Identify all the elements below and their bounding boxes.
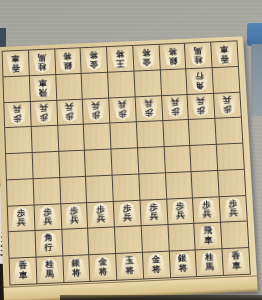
square-9i[interactable]: 香車 <box>10 258 37 285</box>
piece-kanji: 金 <box>142 57 151 66</box>
square-8i[interactable]: 桂馬 <box>36 257 63 284</box>
piece-kanji: 将 <box>72 268 81 278</box>
piece-kanji: 兵 <box>17 218 26 228</box>
piece-gote-gold[interactable]: 金将 <box>83 48 104 71</box>
square-7a[interactable]: 銀将 <box>55 48 81 74</box>
square-7g[interactable]: 歩兵 <box>61 203 88 229</box>
piece-kanji: 兵 <box>176 211 185 221</box>
piece-kanji: 兵 <box>96 214 105 224</box>
square-7e[interactable] <box>59 151 85 177</box>
piece-kanji: 将 <box>152 265 161 275</box>
piece-sente-pawn[interactable]: 歩兵 <box>143 200 165 223</box>
square-8b[interactable]: 飛車 <box>30 75 56 101</box>
piece-sente-bishop[interactable]: 角行 <box>38 231 60 255</box>
piece-kanji: 兵 <box>70 215 79 225</box>
square-1e[interactable] <box>217 144 244 170</box>
piece-kanji: 歩 <box>92 110 101 119</box>
piece-sente-pawn[interactable]: 歩兵 <box>90 203 112 226</box>
square-4b[interactable] <box>134 70 160 96</box>
piece-kanji: 兵 <box>223 95 232 104</box>
piece-kanji: 将 <box>63 51 72 60</box>
piece-kanji: 兵 <box>144 99 153 108</box>
piece-kanji: 兵 <box>149 212 158 222</box>
square-9g[interactable]: 歩兵 <box>8 205 34 231</box>
piece-sente-pawn[interactable]: 歩兵 <box>10 206 32 229</box>
piece-kanji: 将 <box>89 50 98 59</box>
piece-gote-knight[interactable]: 桂馬 <box>31 50 52 73</box>
piece-kanji: 兵 <box>197 97 206 106</box>
piece-gote-lance[interactable]: 香車 <box>214 42 236 65</box>
square-9a[interactable]: 香車 <box>3 51 29 77</box>
piece-gote-pawn[interactable]: 歩兵 <box>85 99 107 122</box>
piece-gote-pawn[interactable]: 歩兵 <box>112 98 134 121</box>
piece-gote-pawn[interactable]: 歩兵 <box>190 94 212 117</box>
piece-kanji: 馬 <box>45 269 54 279</box>
square-8e[interactable] <box>32 152 58 178</box>
board-grid: 香車桂馬銀将金将王将金将銀将桂馬香車飛車角行歩兵歩兵歩兵歩兵歩兵歩兵歩兵歩兵歩兵… <box>2 40 251 285</box>
piece-kanji: 兵 <box>170 98 179 107</box>
square-9h[interactable] <box>9 231 36 258</box>
square-3i[interactable]: 銀将 <box>169 251 196 278</box>
square-4a[interactable]: 金将 <box>133 45 159 71</box>
piece-kanji: 歩 <box>223 105 232 114</box>
square-3c[interactable]: 歩兵 <box>162 95 189 121</box>
square-5h[interactable] <box>115 227 142 254</box>
square-3g[interactable]: 歩兵 <box>167 198 194 224</box>
piece-sente-pawn[interactable]: 歩兵 <box>116 201 138 224</box>
square-5b[interactable] <box>108 71 134 97</box>
shogi-board: 香車桂馬銀将金将王将金将銀将桂馬香車飛車角行歩兵歩兵歩兵歩兵歩兵歩兵歩兵歩兵歩兵… <box>0 36 258 300</box>
square-7f[interactable] <box>60 177 87 203</box>
piece-kanji: 将 <box>116 49 125 58</box>
piece-kanji: 兵 <box>229 208 238 218</box>
piece-kanji: 行 <box>195 71 204 80</box>
square-4i[interactable]: 金将 <box>143 252 170 279</box>
square-5d[interactable] <box>110 123 136 149</box>
piece-gote-king[interactable]: 王将 <box>109 47 130 70</box>
piece-sente-lance[interactable]: 香車 <box>12 259 34 283</box>
square-9d[interactable] <box>5 127 31 153</box>
piece-kanji: 兵 <box>203 209 212 219</box>
square-4d[interactable] <box>137 121 164 147</box>
piece-sente-rook[interactable]: 飛車 <box>197 224 219 248</box>
photo-scene: 香車桂馬銀将金将王将金将銀将桂馬香車飛車角行歩兵歩兵歩兵歩兵歩兵歩兵歩兵歩兵歩兵… <box>0 0 262 300</box>
piece-kanji: 歩 <box>118 109 127 118</box>
square-3a[interactable]: 銀将 <box>159 44 185 70</box>
piece-gote-gold[interactable]: 金将 <box>135 46 157 69</box>
square-2b[interactable]: 角行 <box>187 68 214 94</box>
piece-kanji: 兵 <box>65 102 74 111</box>
square-1a[interactable]: 香車 <box>211 41 238 67</box>
piece-kanji: 歩 <box>13 114 22 123</box>
square-1d[interactable] <box>216 118 243 144</box>
piece-kanji: 王 <box>116 58 125 67</box>
square-7c[interactable]: 歩兵 <box>57 99 83 125</box>
piece-gote-lance[interactable]: 香車 <box>5 52 26 75</box>
square-2i[interactable]: 桂馬 <box>196 249 223 276</box>
square-3f[interactable] <box>166 172 193 198</box>
blue-object-background <box>247 23 262 46</box>
piece-sente-knight[interactable]: 桂馬 <box>39 258 61 282</box>
piece-kanji: 兵 <box>13 105 22 114</box>
square-8f[interactable] <box>33 178 59 204</box>
piece-sente-pawn[interactable]: 歩兵 <box>196 198 218 221</box>
piece-sente-pawn[interactable]: 歩兵 <box>169 199 191 222</box>
square-4f[interactable] <box>139 173 166 199</box>
square-2h[interactable]: 飛車 <box>195 223 222 250</box>
piece-gote-silver[interactable]: 銀将 <box>57 49 78 72</box>
piece-kanji: 角 <box>196 80 205 89</box>
square-8a[interactable]: 桂馬 <box>29 49 55 75</box>
piece-kanji: 歩 <box>197 106 206 115</box>
piece-kanji: 車 <box>38 78 47 87</box>
piece-sente-lance[interactable]: 香車 <box>225 249 247 273</box>
piece-kanji: 銀 <box>64 60 73 69</box>
square-1i[interactable]: 香車 <box>223 248 250 275</box>
piece-gote-pawn[interactable]: 歩兵 <box>33 101 54 124</box>
piece-kanji: 銀 <box>168 56 177 65</box>
piece-kanji: 車 <box>11 54 20 63</box>
piece-sente-knight[interactable]: 桂馬 <box>199 250 221 274</box>
square-6g[interactable]: 歩兵 <box>87 202 114 228</box>
square-7h[interactable] <box>62 229 89 256</box>
piece-kanji: 将 <box>99 267 108 277</box>
piece-kanji: 歩 <box>66 112 75 121</box>
piece-kanji: 歩 <box>145 108 154 117</box>
square-6d[interactable] <box>84 124 110 150</box>
piece-kanji: 飛 <box>38 87 47 96</box>
square-8h[interactable]: 角行 <box>35 230 62 257</box>
piece-sente-silver[interactable]: 銀将 <box>172 252 194 276</box>
square-9b[interactable] <box>3 76 29 102</box>
piece-kanji: 馬 <box>194 46 203 55</box>
piece-kanji: 車 <box>232 261 241 271</box>
piece-sente-king[interactable]: 玉将 <box>119 254 141 278</box>
piece-sente-gold[interactable]: 金将 <box>145 253 167 277</box>
piece-gote-knight[interactable]: 桂馬 <box>188 43 210 66</box>
square-3b[interactable] <box>160 69 186 95</box>
piece-sente-pawn[interactable]: 歩兵 <box>37 205 59 228</box>
square-1h[interactable] <box>221 222 248 249</box>
piece-gote-rook[interactable]: 飛車 <box>32 76 53 99</box>
piece-gote-pawn[interactable]: 歩兵 <box>138 97 160 120</box>
square-4c[interactable]: 歩兵 <box>135 96 161 122</box>
gray-blue-strip-background <box>251 44 262 116</box>
piece-gote-pawn[interactable]: 歩兵 <box>59 100 80 123</box>
piece-gote-pawn[interactable]: 歩兵 <box>7 103 28 126</box>
piece-kanji: 兵 <box>123 213 132 223</box>
square-6c[interactable]: 歩兵 <box>83 98 109 124</box>
piece-kanji: 馬 <box>205 262 214 272</box>
square-5i[interactable]: 玉将 <box>116 253 143 280</box>
piece-kanji: 車 <box>19 271 28 281</box>
square-2d[interactable] <box>189 119 216 145</box>
square-9c[interactable]: 歩兵 <box>4 102 30 128</box>
piece-kanji: 将 <box>125 266 134 276</box>
square-3d[interactable] <box>163 120 190 146</box>
piece-kanji: 将 <box>179 263 188 273</box>
square-6i[interactable]: 金将 <box>90 254 117 281</box>
piece-gote-pawn[interactable]: 歩兵 <box>164 96 186 119</box>
piece-gote-bishop[interactable]: 角行 <box>189 69 211 92</box>
square-5c[interactable]: 歩兵 <box>109 97 135 123</box>
square-8c[interactable]: 歩兵 <box>31 100 57 126</box>
piece-kanji: 香 <box>11 63 20 72</box>
square-6e[interactable] <box>85 150 111 176</box>
piece-sente-gold[interactable]: 金将 <box>92 255 114 279</box>
piece-kanji: 馬 <box>37 53 46 62</box>
piece-gote-pawn[interactable]: 歩兵 <box>217 93 239 116</box>
square-9f[interactable] <box>7 179 33 205</box>
square-6h[interactable] <box>88 228 115 255</box>
piece-kanji: 香 <box>220 53 229 62</box>
square-5a[interactable]: 王将 <box>107 46 133 72</box>
square-7i[interactable]: 銀将 <box>63 255 90 282</box>
square-5g[interactable]: 歩兵 <box>114 200 141 226</box>
piece-kanji: 将 <box>142 48 151 57</box>
piece-kanji: 桂 <box>38 62 47 71</box>
square-2f[interactable] <box>192 171 219 197</box>
piece-sente-silver[interactable]: 銀将 <box>65 256 87 280</box>
piece-kanji: 兵 <box>118 100 127 109</box>
board-shadow <box>60 295 262 300</box>
square-4e[interactable] <box>138 147 165 173</box>
piece-kanji: 車 <box>204 236 213 246</box>
piece-kanji: 兵 <box>92 101 101 110</box>
piece-gote-silver[interactable]: 銀将 <box>162 45 184 68</box>
piece-kanji: 歩 <box>39 113 48 122</box>
square-1b[interactable] <box>213 67 240 93</box>
square-6b[interactable] <box>82 73 108 99</box>
square-3e[interactable] <box>164 146 191 172</box>
square-1f[interactable] <box>218 170 245 196</box>
square-5e[interactable] <box>112 148 139 174</box>
square-1g[interactable]: 歩兵 <box>220 196 247 222</box>
square-8g[interactable]: 歩兵 <box>34 204 61 230</box>
piece-kanji: 車 <box>220 44 229 53</box>
square-6a[interactable]: 金将 <box>81 47 107 73</box>
piece-sente-pawn[interactable]: 歩兵 <box>222 197 244 220</box>
square-5f[interactable] <box>113 174 140 200</box>
square-1c[interactable]: 歩兵 <box>214 92 241 118</box>
square-2c[interactable]: 歩兵 <box>188 93 215 119</box>
piece-sente-pawn[interactable]: 歩兵 <box>63 204 85 227</box>
piece-kanji: 兵 <box>39 104 48 113</box>
piece-kanji: 行 <box>44 243 53 253</box>
square-4g[interactable]: 歩兵 <box>140 199 167 225</box>
piece-kanji: 桂 <box>194 55 203 64</box>
piece-kanji: 兵 <box>43 217 52 227</box>
square-7d[interactable] <box>58 125 84 151</box>
board-surface: 香車桂馬銀将金将王将金将銀将桂馬香車飛車角行歩兵歩兵歩兵歩兵歩兵歩兵歩兵歩兵歩兵… <box>0 36 258 300</box>
square-7b[interactable] <box>56 74 82 100</box>
square-4h[interactable] <box>142 225 169 252</box>
square-8d[interactable] <box>31 126 57 152</box>
square-9e[interactable] <box>6 153 32 179</box>
square-6f[interactable] <box>86 176 113 202</box>
piece-kanji: 金 <box>90 59 99 68</box>
square-2a[interactable]: 桂馬 <box>185 42 211 68</box>
square-3h[interactable] <box>168 224 195 251</box>
square-2e[interactable] <box>191 145 218 171</box>
square-2g[interactable]: 歩兵 <box>193 197 220 223</box>
piece-kanji: 歩 <box>171 107 180 116</box>
piece-kanji: 将 <box>168 47 177 56</box>
